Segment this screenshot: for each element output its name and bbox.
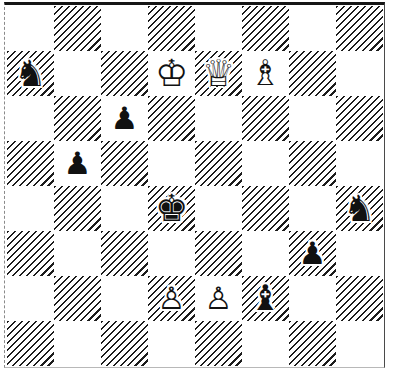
square-e7[interactable]: ♛♕ bbox=[195, 51, 242, 96]
white-queen-e7[interactable]: ♛♕ bbox=[195, 51, 242, 96]
square-h1[interactable] bbox=[336, 321, 383, 366]
piece-glyph: ♙ bbox=[195, 276, 242, 321]
black-pawn-c6[interactable]: ♟♟ bbox=[101, 96, 148, 141]
square-c6[interactable]: ♟♟ bbox=[101, 96, 148, 141]
piece-glyph: ♟ bbox=[54, 141, 101, 186]
square-f2[interactable]: ♝♝ bbox=[242, 276, 289, 321]
square-h7[interactable] bbox=[336, 51, 383, 96]
square-g7[interactable] bbox=[289, 51, 336, 96]
square-b1[interactable] bbox=[54, 321, 101, 366]
square-c7[interactable] bbox=[101, 51, 148, 96]
white-pawn-e2[interactable]: ♟♙ bbox=[195, 276, 242, 321]
square-a3[interactable] bbox=[7, 231, 54, 276]
square-g3[interactable]: ♟♟ bbox=[289, 231, 336, 276]
square-d2[interactable]: ♟♙ bbox=[148, 276, 195, 321]
black-knight-a7[interactable]: ♞♞ bbox=[7, 51, 54, 96]
black-king-d4[interactable]: ♚♚ bbox=[148, 186, 195, 231]
square-h3[interactable] bbox=[336, 231, 383, 276]
square-f6[interactable] bbox=[242, 96, 289, 141]
piece-glyph: ♔ bbox=[148, 51, 195, 96]
square-d3[interactable] bbox=[148, 231, 195, 276]
square-d7[interactable]: ♚♔ bbox=[148, 51, 195, 96]
square-g2[interactable] bbox=[289, 276, 336, 321]
black-bishop-f2[interactable]: ♝♝ bbox=[242, 276, 289, 321]
chess-board: ♞♞♚♔♛♕♝♗♟♟♟♟♚♚♞♞♟♟♟♙♟♙♝♝ bbox=[7, 6, 383, 366]
square-f3[interactable] bbox=[242, 231, 289, 276]
square-h8[interactable] bbox=[336, 6, 383, 51]
square-g1[interactable] bbox=[289, 321, 336, 366]
square-g8[interactable] bbox=[289, 6, 336, 51]
square-a1[interactable] bbox=[7, 321, 54, 366]
white-king-d7[interactable]: ♚♔ bbox=[148, 51, 195, 96]
square-d5[interactable] bbox=[148, 141, 195, 186]
square-h4[interactable]: ♞♞ bbox=[336, 186, 383, 231]
piece-glyph: ♞ bbox=[336, 186, 383, 231]
square-h6[interactable] bbox=[336, 96, 383, 141]
square-a4[interactable] bbox=[7, 186, 54, 231]
square-c8[interactable] bbox=[101, 6, 148, 51]
white-bishop-f7[interactable]: ♝♗ bbox=[242, 51, 289, 96]
piece-glyph: ♕ bbox=[195, 51, 242, 96]
square-e1[interactable] bbox=[195, 321, 242, 366]
square-b4[interactable] bbox=[54, 186, 101, 231]
square-b6[interactable] bbox=[54, 96, 101, 141]
piece-glyph: ♙ bbox=[148, 276, 195, 321]
square-a2[interactable] bbox=[7, 276, 54, 321]
square-b7[interactable] bbox=[54, 51, 101, 96]
square-e4[interactable] bbox=[195, 186, 242, 231]
square-a6[interactable] bbox=[7, 96, 54, 141]
white-pawn-d2[interactable]: ♟♙ bbox=[148, 276, 195, 321]
black-pawn-g3[interactable]: ♟♟ bbox=[289, 231, 336, 276]
square-f8[interactable] bbox=[242, 6, 289, 51]
square-f1[interactable] bbox=[242, 321, 289, 366]
piece-glyph: ♟ bbox=[289, 231, 336, 276]
square-c5[interactable] bbox=[101, 141, 148, 186]
piece-glyph: ♚ bbox=[148, 186, 195, 231]
square-c4[interactable] bbox=[101, 186, 148, 231]
black-pawn-b5[interactable]: ♟♟ bbox=[54, 141, 101, 186]
square-h2[interactable] bbox=[336, 276, 383, 321]
chess-diagram: ♞♞♚♔♛♕♝♗♟♟♟♟♚♚♞♞♟♟♟♙♟♙♝♝ bbox=[0, 0, 393, 375]
square-g4[interactable] bbox=[289, 186, 336, 231]
square-a5[interactable] bbox=[7, 141, 54, 186]
square-c1[interactable] bbox=[101, 321, 148, 366]
square-e8[interactable] bbox=[195, 6, 242, 51]
square-f5[interactable] bbox=[242, 141, 289, 186]
square-b5[interactable]: ♟♟ bbox=[54, 141, 101, 186]
board-frame: ♞♞♚♔♛♕♝♗♟♟♟♟♚♚♞♞♟♟♟♙♟♙♝♝ bbox=[4, 2, 385, 368]
square-f7[interactable]: ♝♗ bbox=[242, 51, 289, 96]
piece-glyph: ♟ bbox=[101, 96, 148, 141]
square-d8[interactable] bbox=[148, 6, 195, 51]
piece-glyph: ♞ bbox=[7, 51, 54, 96]
black-knight-h4[interactable]: ♞♞ bbox=[336, 186, 383, 231]
square-e3[interactable] bbox=[195, 231, 242, 276]
square-b2[interactable] bbox=[54, 276, 101, 321]
piece-glyph: ♗ bbox=[242, 51, 289, 96]
square-b3[interactable] bbox=[54, 231, 101, 276]
square-d4[interactable]: ♚♚ bbox=[148, 186, 195, 231]
square-d6[interactable] bbox=[148, 96, 195, 141]
square-e5[interactable] bbox=[195, 141, 242, 186]
square-a7[interactable]: ♞♞ bbox=[7, 51, 54, 96]
piece-glyph: ♝ bbox=[242, 276, 289, 321]
square-e6[interactable] bbox=[195, 96, 242, 141]
square-c2[interactable] bbox=[101, 276, 148, 321]
square-b8[interactable] bbox=[54, 6, 101, 51]
square-g5[interactable] bbox=[289, 141, 336, 186]
square-f4[interactable] bbox=[242, 186, 289, 231]
square-e2[interactable]: ♟♙ bbox=[195, 276, 242, 321]
square-c3[interactable] bbox=[101, 231, 148, 276]
square-a8[interactable] bbox=[7, 6, 54, 51]
square-d1[interactable] bbox=[148, 321, 195, 366]
square-g6[interactable] bbox=[289, 96, 336, 141]
square-h5[interactable] bbox=[336, 141, 383, 186]
